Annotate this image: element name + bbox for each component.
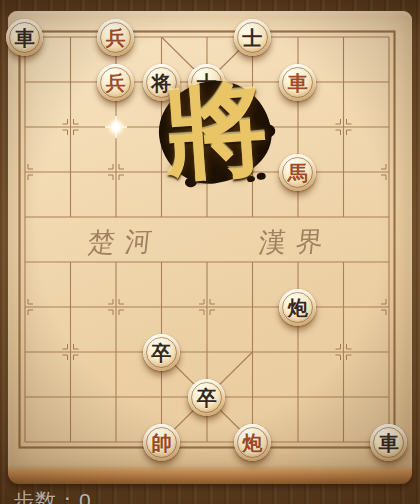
piece-glyph: 卒 — [197, 387, 217, 408]
piece-glyph: 炮 — [288, 297, 308, 318]
piece-red-馬[interactable]: 馬 — [279, 154, 316, 191]
step-counter: 步数：0 — [13, 487, 92, 504]
step-counter-value: 0 — [79, 489, 92, 504]
piece-glyph: 車 — [15, 27, 35, 48]
piece-glyph: 馬 — [288, 162, 308, 183]
piece-red-兵[interactable]: 兵 — [97, 19, 134, 56]
step-counter-label: 步数： — [13, 489, 79, 504]
xiangqi-app-screen: 楚河 漢界 車兵士兵将士車馬炮卒卒帥炮車 將 步数：0 — [0, 0, 420, 504]
piece-red-炮[interactable]: 炮 — [234, 424, 271, 461]
piece-glyph: 兵 — [106, 27, 126, 48]
piece-red-帥[interactable]: 帥 — [143, 424, 180, 461]
piece-glyph: 兵 — [106, 72, 126, 93]
piece-glyph: 炮 — [242, 432, 262, 453]
piece-red-兵[interactable]: 兵 — [97, 64, 134, 101]
piece-black-士[interactable]: 士 — [234, 19, 271, 56]
piece-black-炮[interactable]: 炮 — [279, 289, 316, 326]
piece-glyph: 車 — [379, 432, 399, 453]
sparkle-highlight — [103, 114, 129, 140]
piece-red-車[interactable]: 車 — [279, 64, 316, 101]
piece-glyph: 帥 — [151, 432, 171, 453]
piece-black-卒[interactable]: 卒 — [188, 379, 225, 416]
piece-glyph: 卒 — [151, 342, 171, 363]
piece-glyph: 士 — [242, 27, 262, 48]
check-banner-glyph: 將 — [154, 68, 278, 196]
piece-black-卒[interactable]: 卒 — [143, 334, 180, 371]
piece-black-車[interactable]: 車 — [370, 424, 407, 461]
piece-black-車[interactable]: 車 — [6, 19, 43, 56]
piece-glyph: 車 — [288, 72, 308, 93]
